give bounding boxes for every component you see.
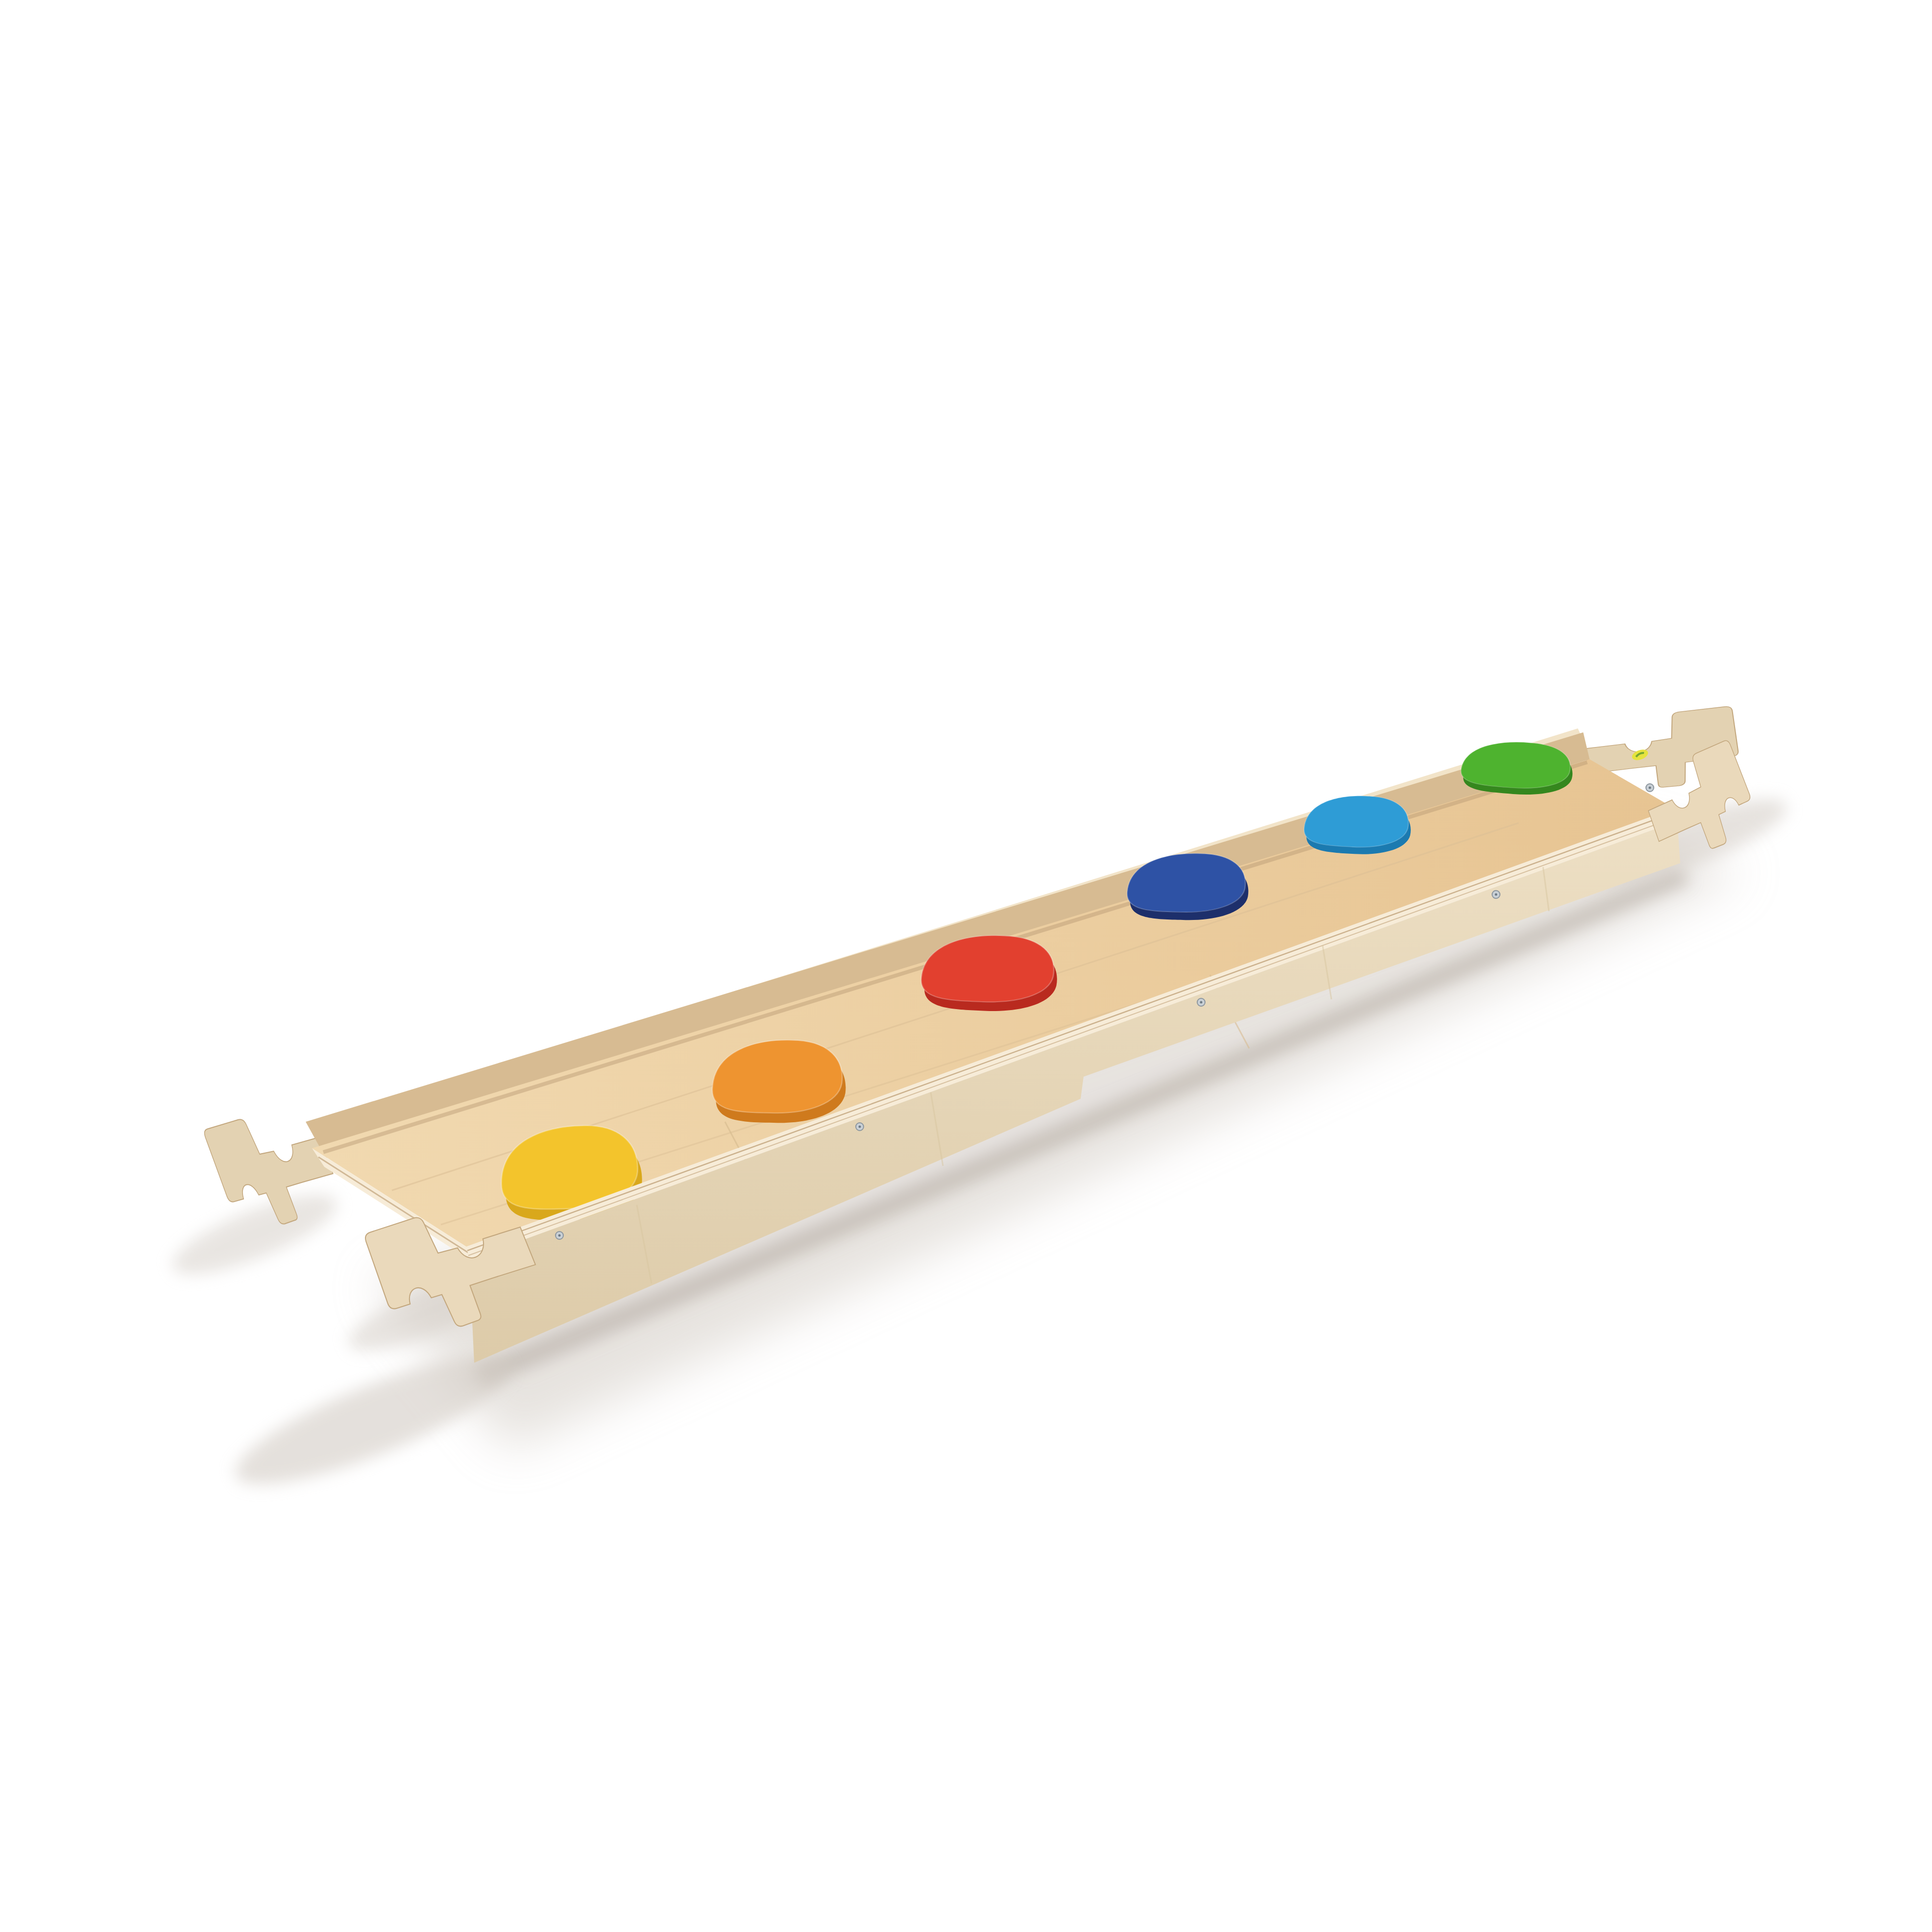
product-photo-stage bbox=[0, 0, 1932, 1932]
pad-green-top bbox=[1461, 742, 1570, 788]
balance-beam-illustration bbox=[0, 0, 1932, 1932]
pad-green bbox=[1461, 742, 1572, 795]
pad-light-blue-top bbox=[1303, 794, 1409, 849]
shadow-back-left bbox=[164, 1180, 345, 1289]
pad-light-blue bbox=[1303, 794, 1412, 856]
